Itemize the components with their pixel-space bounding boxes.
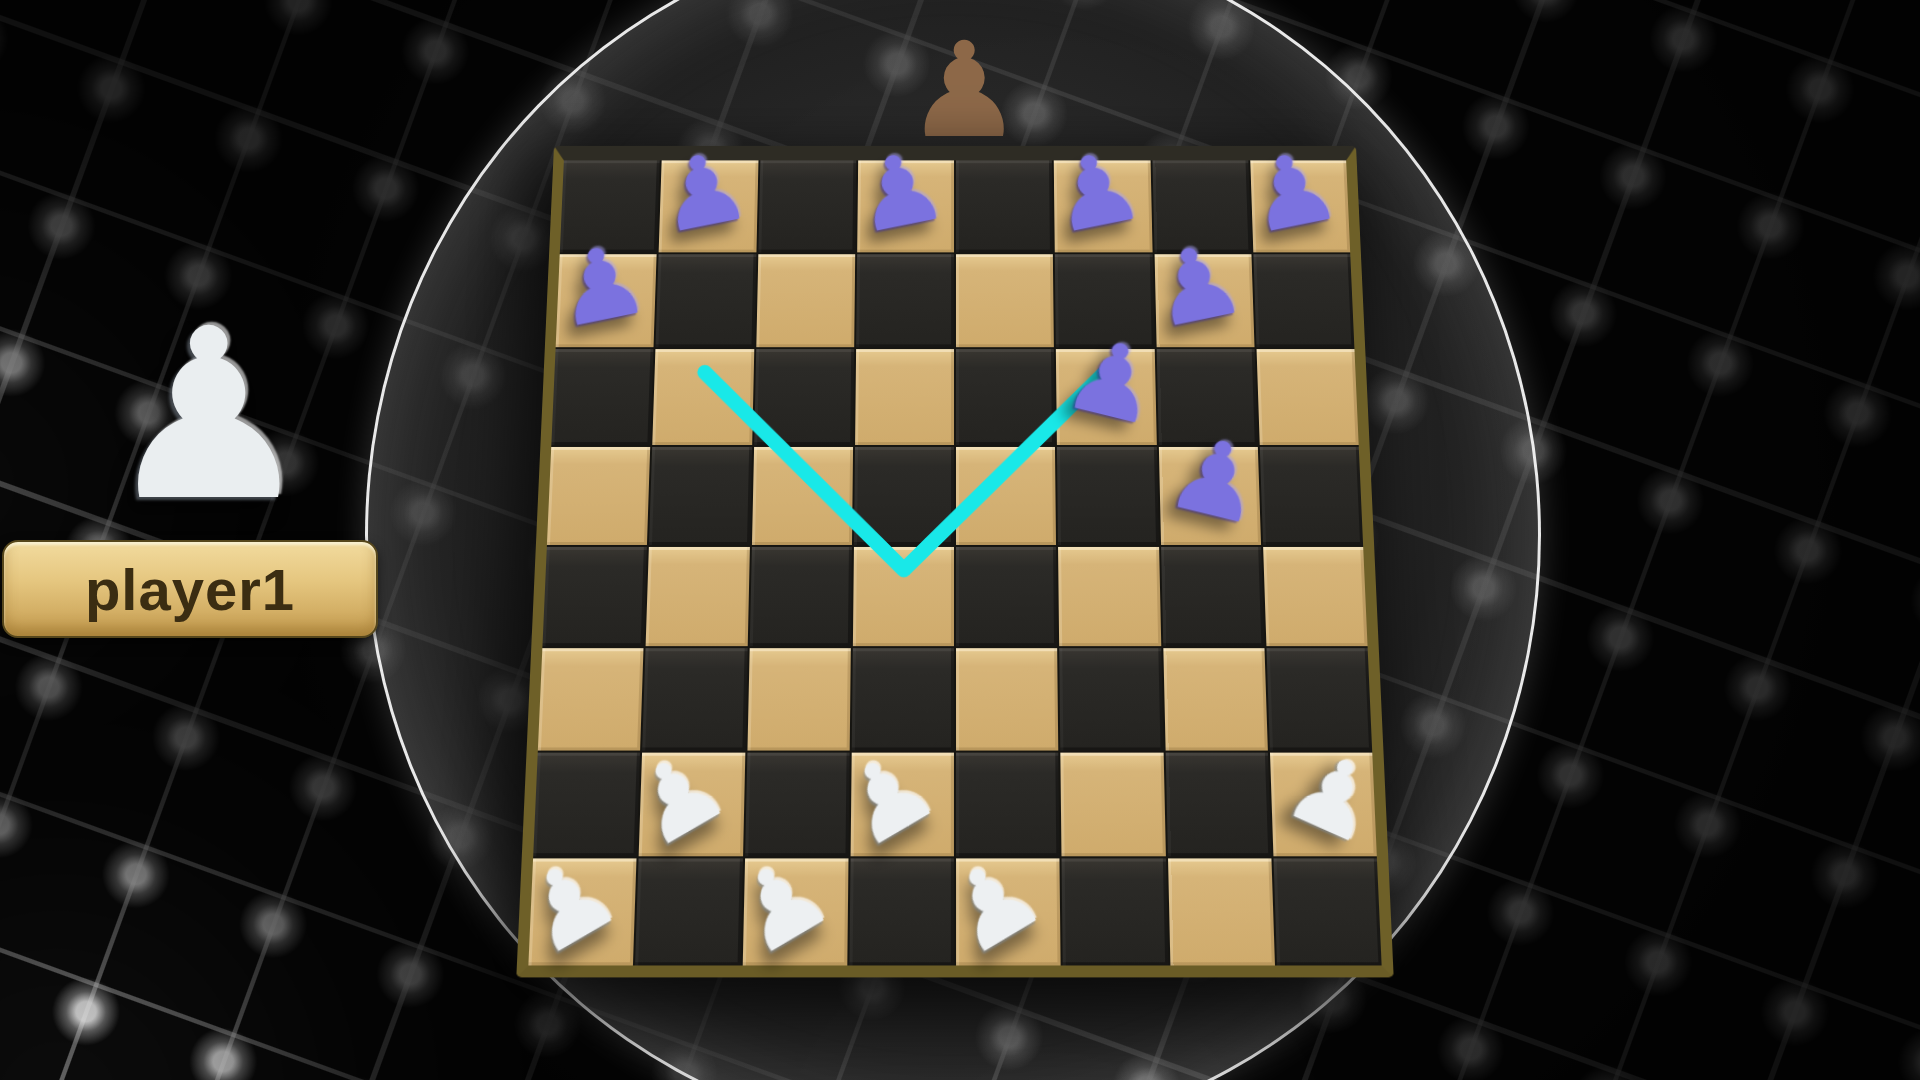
purple-pawn-r2c7[interactable]: ♟ bbox=[1140, 228, 1254, 344]
pieces-layer: ♟♟♟♟♟♟♟♟♟♟♟♟♟♟ bbox=[528, 160, 1381, 965]
white-pawn-r8c5[interactable]: ♟ bbox=[929, 837, 1058, 973]
board-surface: ♟♟♟♟♟♟♟♟♟♟♟♟♟♟ bbox=[528, 160, 1381, 965]
white-pawn-r7c8[interactable]: ♟ bbox=[1274, 732, 1394, 862]
purple-pawn-r2c1[interactable]: ♟ bbox=[547, 228, 656, 344]
purple-pawn-r3c6[interactable]: ♟ bbox=[1055, 322, 1169, 442]
player-name-badge[interactable]: player1 bbox=[2, 540, 378, 638]
player-name-label: player1 bbox=[85, 556, 295, 623]
purple-pawn-r4c7[interactable]: ♟ bbox=[1158, 419, 1273, 542]
white-pawn-r7c2[interactable]: ♟ bbox=[615, 731, 741, 864]
white-pawn-r8c3[interactable]: ♟ bbox=[717, 837, 845, 973]
game-scene: ♟ ♟♟♟♟♟♟♟♟♟♟♟♟♟♟ ♟ player1 bbox=[0, 0, 1920, 1080]
player-pawn-icon: ♟ bbox=[103, 298, 315, 534]
game-board[interactable]: ♟♟♟♟♟♟♟♟♟♟♟♟♟♟ bbox=[516, 146, 1393, 978]
purple-pawn-r1c4[interactable]: ♟ bbox=[845, 136, 955, 249]
white-pawn-r8c1[interactable]: ♟ bbox=[506, 837, 633, 973]
purple-pawn-r1c8[interactable]: ♟ bbox=[1236, 136, 1350, 249]
purple-pawn-r1c2[interactable]: ♟ bbox=[649, 136, 757, 249]
purple-pawn-r1c6[interactable]: ♟ bbox=[1040, 136, 1152, 249]
white-pawn-r7c4[interactable]: ♟ bbox=[824, 731, 951, 864]
